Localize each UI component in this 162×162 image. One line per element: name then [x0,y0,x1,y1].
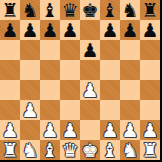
square-b2[interactable] [20,120,40,140]
square-e8[interactable]: ♚ [80,0,100,20]
square-d6[interactable] [60,40,80,60]
square-a1[interactable]: ♜ [0,140,20,160]
square-f8[interactable]: ♝ [100,0,120,20]
black-knight[interactable]: ♞ [121,0,138,20]
square-c5[interactable] [40,60,60,80]
white-pawn[interactable]: ♟ [121,120,138,140]
square-g6[interactable] [120,40,140,60]
square-a2[interactable]: ♟ [0,120,20,140]
square-h6[interactable] [140,40,160,60]
black-pawn[interactable]: ♟ [41,20,58,40]
square-h4[interactable] [140,80,160,100]
square-b5[interactable] [20,60,40,80]
white-rook[interactable]: ♜ [141,140,158,160]
square-f2[interactable]: ♟ [100,120,120,140]
white-pawn[interactable]: ♟ [81,80,98,100]
black-pawn[interactable]: ♟ [141,20,158,40]
square-f6[interactable] [100,40,120,60]
square-f1[interactable]: ♝ [100,140,120,160]
white-knight[interactable]: ♞ [21,140,38,160]
square-e5[interactable] [80,60,100,80]
square-b8[interactable]: ♞ [20,0,40,20]
square-g4[interactable] [120,80,140,100]
white-bishop[interactable]: ♝ [101,140,118,160]
square-c1[interactable]: ♝ [40,140,60,160]
square-d4[interactable] [60,80,80,100]
square-e7[interactable] [80,20,100,40]
black-pawn[interactable]: ♟ [121,20,138,40]
black-bishop[interactable]: ♝ [101,0,118,20]
square-f3[interactable] [100,100,120,120]
square-d3[interactable] [60,100,80,120]
square-b3[interactable]: ♟ [20,100,40,120]
black-queen[interactable]: ♛ [61,0,78,20]
square-g5[interactable] [120,60,140,80]
square-f4[interactable] [100,80,120,100]
square-c4[interactable] [40,80,60,100]
square-c2[interactable]: ♟ [40,120,60,140]
square-a7[interactable]: ♟ [0,20,20,40]
black-rook[interactable]: ♜ [1,0,18,20]
white-pawn[interactable]: ♟ [101,120,118,140]
square-d2[interactable]: ♟ [60,120,80,140]
white-pawn[interactable]: ♟ [141,120,158,140]
square-h2[interactable]: ♟ [140,120,160,140]
square-e4[interactable]: ♟ [80,80,100,100]
square-d7[interactable]: ♟ [60,20,80,40]
square-e1[interactable]: ♚ [80,140,100,160]
chess-board-frame: ♜♞♝♛♚♝♞♜♟♟♟♟♟♟♟♟♟♟♟♟♟♟♟♟♜♞♝♛♚♝♞♜ [0,0,162,162]
square-a6[interactable] [0,40,20,60]
square-h3[interactable] [140,100,160,120]
black-rook[interactable]: ♜ [141,0,158,20]
black-pawn[interactable]: ♟ [1,20,18,40]
square-f7[interactable]: ♟ [100,20,120,40]
white-pawn[interactable]: ♟ [1,120,18,140]
square-c6[interactable] [40,40,60,60]
square-d8[interactable]: ♛ [60,0,80,20]
square-g8[interactable]: ♞ [120,0,140,20]
white-pawn[interactable]: ♟ [41,120,58,140]
white-bishop[interactable]: ♝ [41,140,58,160]
black-king[interactable]: ♚ [81,0,98,20]
black-pawn[interactable]: ♟ [21,20,38,40]
black-bishop[interactable]: ♝ [41,0,58,20]
square-h5[interactable] [140,60,160,80]
square-g3[interactable] [120,100,140,120]
square-c3[interactable] [40,100,60,120]
square-b6[interactable] [20,40,40,60]
white-queen[interactable]: ♛ [61,140,78,160]
square-f5[interactable] [100,60,120,80]
black-pawn[interactable]: ♟ [61,20,78,40]
square-h8[interactable]: ♜ [140,0,160,20]
square-b7[interactable]: ♟ [20,20,40,40]
white-pawn[interactable]: ♟ [21,100,38,120]
white-pawn[interactable]: ♟ [61,120,78,140]
chess-board: ♜♞♝♛♚♝♞♜♟♟♟♟♟♟♟♟♟♟♟♟♟♟♟♟♜♞♝♛♚♝♞♜ [0,0,160,160]
square-a5[interactable] [0,60,20,80]
black-pawn[interactable]: ♟ [101,20,118,40]
square-e2[interactable] [80,120,100,140]
square-e6[interactable]: ♟ [80,40,100,60]
square-b1[interactable]: ♞ [20,140,40,160]
square-g7[interactable]: ♟ [120,20,140,40]
square-e3[interactable] [80,100,100,120]
square-a4[interactable] [0,80,20,100]
white-knight[interactable]: ♞ [121,140,138,160]
square-a8[interactable]: ♜ [0,0,20,20]
square-g2[interactable]: ♟ [120,120,140,140]
square-h1[interactable]: ♜ [140,140,160,160]
square-c7[interactable]: ♟ [40,20,60,40]
square-c8[interactable]: ♝ [40,0,60,20]
square-b4[interactable] [20,80,40,100]
square-g1[interactable]: ♞ [120,140,140,160]
square-d5[interactable] [60,60,80,80]
white-king[interactable]: ♚ [81,140,98,160]
black-knight[interactable]: ♞ [21,0,38,20]
black-pawn[interactable]: ♟ [81,40,98,60]
square-d1[interactable]: ♛ [60,140,80,160]
square-a3[interactable] [0,100,20,120]
square-h7[interactable]: ♟ [140,20,160,40]
white-rook[interactable]: ♜ [1,140,18,160]
